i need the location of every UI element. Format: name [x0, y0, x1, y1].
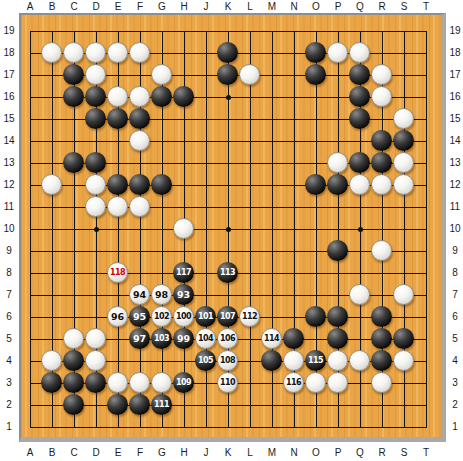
stone-K8: 113 — [217, 262, 238, 283]
star-point-Q10 — [358, 227, 363, 232]
stone-K5: 106 — [217, 328, 238, 349]
stone-D3 — [85, 372, 106, 393]
coord-bottom-M: M — [263, 447, 281, 459]
stone-S13 — [393, 152, 414, 173]
coord-bottom-L: L — [241, 447, 259, 459]
coord-bottom-T: T — [417, 447, 435, 459]
stone-K17 — [217, 64, 238, 85]
stone-D11 — [85, 196, 106, 217]
coord-right-12: 12 — [447, 179, 463, 191]
stone-K3: 110 — [217, 372, 238, 393]
coord-left-4: 4 — [1, 355, 17, 367]
move-number-label: 111 — [154, 401, 169, 409]
stone-O6 — [305, 306, 326, 327]
stone-G5: 103 — [151, 328, 172, 349]
stone-M5: 114 — [261, 328, 282, 349]
stone-F12 — [129, 174, 150, 195]
move-number-label: 99 — [177, 334, 190, 344]
coord-top-T: T — [417, 1, 435, 13]
stone-E15 — [107, 108, 128, 129]
stone-O17 — [305, 64, 326, 85]
stone-D5 — [85, 328, 106, 349]
coord-bottom-N: N — [285, 447, 303, 459]
stone-P12 — [327, 174, 348, 195]
stone-E16 — [107, 86, 128, 107]
coord-bottom-R: R — [373, 447, 391, 459]
stone-G2: 111 — [151, 394, 172, 415]
coord-bottom-Q: Q — [351, 447, 369, 459]
coord-bottom-B: B — [43, 447, 61, 459]
move-number-label: 102 — [154, 313, 169, 321]
coord-left-8: 8 — [1, 267, 17, 279]
coord-top-J: J — [197, 1, 215, 13]
coord-left-5: 5 — [1, 333, 17, 345]
stone-J6: 101 — [195, 306, 216, 327]
stone-N5 — [283, 328, 304, 349]
coord-right-2: 2 — [447, 399, 463, 411]
stone-D16 — [85, 86, 106, 107]
coord-right-4: 4 — [447, 355, 463, 367]
stone-G7: 98 — [151, 284, 172, 305]
stone-H3: 109 — [173, 372, 194, 393]
stone-F7: 94 — [129, 284, 150, 305]
stone-E11 — [107, 196, 128, 217]
move-number-label: 93 — [177, 290, 190, 300]
stone-D15 — [85, 108, 106, 129]
coord-left-9: 9 — [1, 245, 17, 257]
coord-bottom-K: K — [219, 447, 237, 459]
move-number-label: 98 — [155, 290, 168, 300]
stone-B4 — [41, 350, 62, 371]
grid-line-vertical — [426, 31, 427, 428]
stone-L17 — [239, 64, 260, 85]
stone-S5 — [393, 328, 414, 349]
stone-Q4 — [349, 350, 370, 371]
coord-bottom-H: H — [175, 447, 193, 459]
stone-R14 — [371, 130, 392, 151]
star-point-D10 — [94, 227, 99, 232]
stone-C3 — [63, 372, 84, 393]
coord-left-15: 15 — [1, 113, 17, 125]
grid-line-horizontal — [30, 427, 427, 428]
coord-right-1: 1 — [447, 421, 463, 433]
coord-right-19: 19 — [447, 25, 463, 37]
stone-O12 — [305, 174, 326, 195]
coord-left-6: 6 — [1, 311, 17, 323]
stone-D17 — [85, 64, 106, 85]
coord-top-F: F — [131, 1, 149, 13]
stone-P6 — [327, 306, 348, 327]
stone-P13 — [327, 152, 348, 173]
stone-O3 — [305, 372, 326, 393]
coord-bottom-O: O — [307, 447, 325, 459]
go-game-window: ABCDEFGHJKLMNOPQRST ABCDEFGHJKLMNOPQRST … — [0, 0, 463, 461]
coord-left-18: 18 — [1, 47, 17, 59]
stone-B12 — [41, 174, 62, 195]
coord-right-9: 9 — [447, 245, 463, 257]
stone-H10 — [173, 218, 194, 239]
stone-L6: 112 — [239, 306, 260, 327]
stone-O4: 115 — [305, 350, 326, 371]
coord-top-B: B — [43, 1, 61, 13]
stone-G17 — [151, 64, 172, 85]
stone-K4: 108 — [217, 350, 238, 371]
stone-P5 — [327, 328, 348, 349]
move-number-label: 112 — [242, 313, 257, 321]
coord-bottom-E: E — [109, 447, 127, 459]
stone-S15 — [393, 108, 414, 129]
stone-O18 — [305, 42, 326, 63]
coord-right-14: 14 — [447, 135, 463, 147]
stone-Q12 — [349, 174, 370, 195]
stone-Q18 — [349, 42, 370, 63]
coord-top-A: A — [21, 1, 39, 13]
stone-S14 — [393, 130, 414, 151]
coord-right-15: 15 — [447, 113, 463, 125]
move-number-label: 114 — [264, 335, 279, 343]
move-number-label: 115 — [308, 357, 323, 365]
coord-left-16: 16 — [1, 91, 17, 103]
coord-top-E: E — [109, 1, 127, 13]
move-number-label: 104 — [198, 335, 213, 343]
goban[interactable]: 1181171139498939695102100101107112971039… — [19, 13, 446, 442]
coord-left-1: 1 — [1, 421, 17, 433]
stone-R16 — [371, 86, 392, 107]
stone-R17 — [371, 64, 392, 85]
grid-line-vertical — [250, 31, 251, 428]
coord-right-6: 6 — [447, 311, 463, 323]
stone-R3 — [371, 372, 392, 393]
stone-R6 — [371, 306, 392, 327]
coord-bottom-D: D — [87, 447, 105, 459]
stone-B3 — [41, 372, 62, 393]
move-number-label: 100 — [176, 313, 191, 321]
stone-C13 — [63, 152, 84, 173]
stone-P18 — [327, 42, 348, 63]
coord-bottom-G: G — [153, 447, 171, 459]
coord-left-10: 10 — [1, 223, 17, 235]
stone-M4 — [261, 350, 282, 371]
stone-R9 — [371, 240, 392, 261]
stone-F16 — [129, 86, 150, 107]
coord-top-D: D — [87, 1, 105, 13]
stone-C4 — [63, 350, 84, 371]
stone-E6: 96 — [107, 306, 128, 327]
move-number-label: 103 — [154, 335, 169, 343]
stone-S4 — [393, 350, 414, 371]
coord-top-H: H — [175, 1, 193, 13]
stone-C18 — [63, 42, 84, 63]
stone-G16 — [151, 86, 172, 107]
stone-Q7 — [349, 284, 370, 305]
stone-E2 — [107, 394, 128, 415]
coord-top-Q: Q — [351, 1, 369, 13]
move-number-label: 113 — [220, 269, 235, 277]
coord-left-13: 13 — [1, 157, 17, 169]
coord-right-11: 11 — [447, 201, 463, 213]
move-number-label: 105 — [198, 357, 213, 365]
coord-left-19: 19 — [1, 25, 17, 37]
coord-right-7: 7 — [447, 289, 463, 301]
stone-Q16 — [349, 86, 370, 107]
stone-D4 — [85, 350, 106, 371]
star-point-K10 — [226, 227, 231, 232]
coord-top-G: G — [153, 1, 171, 13]
coord-left-17: 17 — [1, 69, 17, 81]
stone-F14 — [129, 130, 150, 151]
move-number-label: 107 — [220, 313, 235, 321]
stone-F18 — [129, 42, 150, 63]
stone-B18 — [41, 42, 62, 63]
coord-top-L: L — [241, 1, 259, 13]
move-number-label: 96 — [111, 312, 124, 322]
stone-H7: 93 — [173, 284, 194, 305]
stone-R5 — [371, 328, 392, 349]
stone-E18 — [107, 42, 128, 63]
stone-K6: 107 — [217, 306, 238, 327]
coord-top-M: M — [263, 1, 281, 13]
stone-H5: 99 — [173, 328, 194, 349]
coord-right-3: 3 — [447, 377, 463, 389]
stone-P9 — [327, 240, 348, 261]
coord-top-O: O — [307, 1, 325, 13]
move-number-label: 117 — [176, 269, 191, 277]
coord-left-11: 11 — [1, 201, 17, 213]
stone-R4 — [371, 350, 392, 371]
move-number-label: 118 — [110, 269, 125, 277]
move-number-label: 97 — [133, 334, 146, 344]
stone-D12 — [85, 174, 106, 195]
coord-right-16: 16 — [447, 91, 463, 103]
stone-F15 — [129, 108, 150, 129]
coord-right-17: 17 — [447, 69, 463, 81]
coord-bottom-S: S — [395, 447, 413, 459]
coord-left-3: 3 — [1, 377, 17, 389]
stone-P3 — [327, 372, 348, 393]
stone-K18 — [217, 42, 238, 63]
coord-right-18: 18 — [447, 47, 463, 59]
coord-left-2: 2 — [1, 399, 17, 411]
move-number-label: 108 — [220, 357, 235, 365]
coord-bottom-C: C — [65, 447, 83, 459]
coord-top-N: N — [285, 1, 303, 13]
move-number-label: 110 — [220, 379, 235, 387]
stone-H16 — [173, 86, 194, 107]
coord-right-8: 8 — [447, 267, 463, 279]
stone-C2 — [63, 394, 84, 415]
stone-J5: 104 — [195, 328, 216, 349]
stone-J4: 105 — [195, 350, 216, 371]
stone-Q17 — [349, 64, 370, 85]
move-number-label: 109 — [176, 379, 191, 387]
coord-left-12: 12 — [1, 179, 17, 191]
coord-right-10: 10 — [447, 223, 463, 235]
coord-left-14: 14 — [1, 135, 17, 147]
last-move-stone-E8: 118 — [107, 262, 128, 283]
stone-S12 — [393, 174, 414, 195]
stone-N3: 116 — [283, 372, 304, 393]
coord-top-P: P — [329, 1, 347, 13]
stone-F2 — [129, 394, 150, 415]
stone-C17 — [63, 64, 84, 85]
coord-bottom-P: P — [329, 447, 347, 459]
coord-right-5: 5 — [447, 333, 463, 345]
stone-F6: 95 — [129, 306, 150, 327]
stone-G12 — [151, 174, 172, 195]
stone-G6: 102 — [151, 306, 172, 327]
coord-top-R: R — [373, 1, 391, 13]
grid-line-horizontal — [30, 405, 427, 406]
stone-F11 — [129, 196, 150, 217]
coord-top-S: S — [395, 1, 413, 13]
move-number-label: 106 — [220, 335, 235, 343]
stone-F5: 97 — [129, 328, 150, 349]
stone-H8: 117 — [173, 262, 194, 283]
star-point-K16 — [226, 95, 231, 100]
stone-S7 — [393, 284, 414, 305]
grid-line-horizontal — [30, 251, 427, 252]
stone-C16 — [63, 86, 84, 107]
stone-D13 — [85, 152, 106, 173]
stone-Q15 — [349, 108, 370, 129]
move-number-label: 95 — [133, 312, 146, 322]
stone-P4 — [327, 350, 348, 371]
stone-N4 — [283, 350, 304, 371]
stone-R12 — [371, 174, 392, 195]
stone-R13 — [371, 152, 392, 173]
move-number-label: 101 — [198, 313, 213, 321]
coord-left-7: 7 — [1, 289, 17, 301]
stone-H6: 100 — [173, 306, 194, 327]
coord-bottom-F: F — [131, 447, 149, 459]
stone-C5 — [63, 328, 84, 349]
stone-E3 — [107, 372, 128, 393]
coord-bottom-J: J — [197, 447, 215, 459]
move-number-label: 116 — [286, 379, 301, 387]
stone-D18 — [85, 42, 106, 63]
coord-right-13: 13 — [447, 157, 463, 169]
coord-top-C: C — [65, 1, 83, 13]
stone-Q13 — [349, 152, 370, 173]
coord-bottom-A: A — [21, 447, 39, 459]
stone-E12 — [107, 174, 128, 195]
move-number-label: 94 — [133, 290, 146, 300]
coord-top-K: K — [219, 1, 237, 13]
stone-F3 — [129, 372, 150, 393]
stone-G3 — [151, 372, 172, 393]
